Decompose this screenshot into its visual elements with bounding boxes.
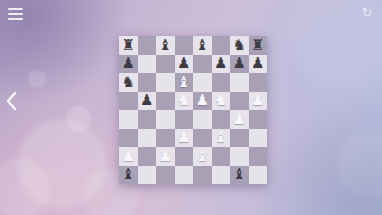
square-e7[interactable] [193,55,212,74]
square-f6[interactable] [212,73,231,92]
bokeh-circle [66,106,92,132]
white-pawn[interactable]: ♟ [230,110,249,129]
square-b6[interactable] [138,73,157,92]
square-g5[interactable] [230,92,249,111]
black-knight[interactable]: ♞ [230,36,249,55]
square-a3[interactable] [119,129,138,148]
black-rook[interactable]: ♜ [119,36,138,55]
square-g1[interactable]: ♝ [230,166,249,185]
square-d6[interactable]: ♝ [175,73,194,92]
app-screen: ↻ ♜♝♝♞♜♟♟♟♟♟♞♝♟♞♟♞♟♟♟♝♟♟♝♝♝ [0,0,382,215]
white-pawn[interactable]: ♟ [156,147,175,166]
square-b5[interactable]: ♟ [138,92,157,111]
hamburger-icon [8,8,23,10]
white-knight[interactable]: ♞ [175,92,194,111]
square-b8[interactable] [138,36,157,55]
square-b2[interactable] [138,147,157,166]
white-knight[interactable]: ♞ [212,92,231,111]
square-g2[interactable] [230,147,249,166]
square-a8[interactable]: ♜ [119,36,138,55]
square-g8[interactable]: ♞ [230,36,249,55]
square-b4[interactable] [138,110,157,129]
menu-button[interactable] [8,8,23,20]
square-f7[interactable]: ♟ [212,55,231,74]
square-b1[interactable] [138,166,157,185]
square-b7[interactable] [138,55,157,74]
black-pawn[interactable]: ♟ [230,55,249,74]
square-e1[interactable] [193,166,212,185]
square-c4[interactable] [156,110,175,129]
chevron-left-icon [4,90,18,112]
square-g7[interactable]: ♟ [230,55,249,74]
square-e8[interactable]: ♝ [193,36,212,55]
square-f2[interactable] [212,147,231,166]
square-f5[interactable]: ♞ [212,92,231,111]
black-bishop[interactable]: ♝ [193,36,212,55]
black-pawn[interactable]: ♟ [138,92,157,111]
square-c6[interactable] [156,73,175,92]
back-button[interactable] [4,90,20,114]
square-e5[interactable]: ♟ [193,92,212,111]
square-h5[interactable]: ♟ [249,92,268,111]
white-pawn[interactable]: ♟ [175,129,194,148]
square-e6[interactable] [193,73,212,92]
square-h6[interactable] [249,73,268,92]
square-g3[interactable] [230,129,249,148]
square-d7[interactable]: ♟ [175,55,194,74]
square-h8[interactable]: ♜ [249,36,268,55]
square-d1[interactable] [175,166,194,185]
square-h2[interactable] [249,147,268,166]
square-d8[interactable] [175,36,194,55]
restart-icon: ↻ [362,5,373,20]
square-f8[interactable] [212,36,231,55]
square-h3[interactable] [249,129,268,148]
chess-board: ♜♝♝♞♜♟♟♟♟♟♞♝♟♞♟♞♟♟♟♝♟♟♝♝♝ [119,36,267,184]
hamburger-icon [8,18,23,20]
square-h4[interactable] [249,110,268,129]
square-e3[interactable] [193,129,212,148]
black-pawn[interactable]: ♟ [175,55,194,74]
square-e4[interactable] [193,110,212,129]
white-pawn[interactable]: ♟ [193,92,212,111]
white-bishop[interactable]: ♝ [212,129,231,148]
black-pawn[interactable]: ♟ [119,55,138,74]
square-d4[interactable] [175,110,194,129]
square-c7[interactable] [156,55,175,74]
square-b3[interactable] [138,129,157,148]
white-pawn[interactable]: ♟ [119,147,138,166]
square-f3[interactable]: ♝ [212,129,231,148]
square-g4[interactable]: ♟ [230,110,249,129]
bokeh-circle [18,120,106,208]
black-knight[interactable]: ♞ [119,73,138,92]
square-a4[interactable] [119,110,138,129]
square-f1[interactable] [212,166,231,185]
black-pawn[interactable]: ♟ [212,55,231,74]
bokeh-circle [28,70,46,88]
black-pawn[interactable]: ♟ [249,55,268,74]
square-c2[interactable]: ♟ [156,147,175,166]
square-c5[interactable] [156,92,175,111]
bokeh-circle [0,158,50,215]
square-f4[interactable] [212,110,231,129]
square-d3[interactable]: ♟ [175,129,194,148]
square-a1[interactable]: ♝ [119,166,138,185]
white-bishop[interactable]: ♝ [193,147,212,166]
white-bishop[interactable]: ♝ [175,73,194,92]
hamburger-icon [8,13,23,15]
black-bishop[interactable]: ♝ [156,36,175,55]
square-c8[interactable]: ♝ [156,36,175,55]
square-c1[interactable] [156,166,175,185]
square-a2[interactable]: ♟ [119,147,138,166]
square-a7[interactable]: ♟ [119,55,138,74]
square-d5[interactable]: ♞ [175,92,194,111]
square-g6[interactable] [230,73,249,92]
black-bishop[interactable]: ♝ [230,166,249,185]
square-h1[interactable] [249,166,268,185]
restart-button[interactable]: ↻ [359,5,375,21]
square-e2[interactable]: ♝ [193,147,212,166]
square-d2[interactable] [175,147,194,166]
square-a6[interactable]: ♞ [119,73,138,92]
square-a5[interactable] [119,92,138,111]
black-bishop[interactable]: ♝ [119,166,138,185]
square-c3[interactable] [156,129,175,148]
bokeh-circle [336,130,382,200]
white-pawn[interactable]: ♟ [249,92,268,111]
square-h7[interactable]: ♟ [249,55,268,74]
black-rook[interactable]: ♜ [249,36,268,55]
